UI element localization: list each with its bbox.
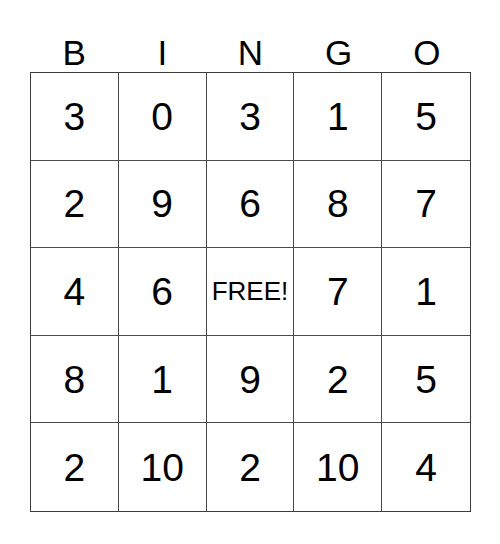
bingo-cell-r2c2[interactable]: 9 xyxy=(119,161,207,249)
bingo-cell-free[interactable]: FREE! xyxy=(207,248,295,336)
bingo-cell-r4c2[interactable]: 1 xyxy=(119,336,207,424)
header-letter-g: G xyxy=(325,35,352,70)
bingo-cell-r1c1[interactable]: 3 xyxy=(31,73,119,161)
bingo-cell-r5c3[interactable]: 2 xyxy=(207,423,295,511)
bingo-card: B I N G O 3 0 3 1 5 2 9 6 8 7 4 6 FREE! … xyxy=(30,20,471,512)
bingo-cell-r3c5[interactable]: 1 xyxy=(382,248,470,336)
bingo-cell-r3c2[interactable]: 6 xyxy=(119,248,207,336)
bingo-cell-r5c2[interactable]: 10 xyxy=(119,423,207,511)
header-letter-o: O xyxy=(413,35,440,70)
bingo-cell-r4c3[interactable]: 9 xyxy=(207,336,295,424)
bingo-cell-r2c1[interactable]: 2 xyxy=(31,161,119,249)
bingo-cell-r1c2[interactable]: 0 xyxy=(119,73,207,161)
bingo-cell-r1c3[interactable]: 3 xyxy=(207,73,295,161)
bingo-cell-r3c4[interactable]: 7 xyxy=(294,248,382,336)
bingo-header: B I N G O xyxy=(30,20,471,72)
bingo-cell-r5c1[interactable]: 2 xyxy=(31,423,119,511)
bingo-cell-r4c5[interactable]: 5 xyxy=(382,336,470,424)
header-letter-i: I xyxy=(157,35,167,70)
bingo-cell-r5c4[interactable]: 10 xyxy=(294,423,382,511)
bingo-cell-r4c4[interactable]: 2 xyxy=(294,336,382,424)
bingo-cell-r2c5[interactable]: 7 xyxy=(382,161,470,249)
header-letter-n: N xyxy=(238,35,263,70)
bingo-cell-r2c4[interactable]: 8 xyxy=(294,161,382,249)
bingo-grid: 3 0 3 1 5 2 9 6 8 7 4 6 FREE! 7 1 8 1 9 … xyxy=(30,72,471,512)
bingo-cell-r1c5[interactable]: 5 xyxy=(382,73,470,161)
bingo-cell-r3c1[interactable]: 4 xyxy=(31,248,119,336)
bingo-cell-r2c3[interactable]: 6 xyxy=(207,161,295,249)
bingo-cell-r5c5[interactable]: 4 xyxy=(382,423,470,511)
header-letter-b: B xyxy=(62,35,85,70)
bingo-cell-r4c1[interactable]: 8 xyxy=(31,336,119,424)
bingo-cell-r1c4[interactable]: 1 xyxy=(294,73,382,161)
